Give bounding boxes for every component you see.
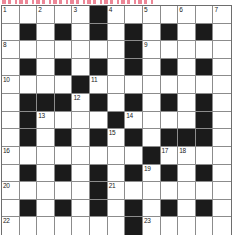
black-cell [161,165,179,183]
white-cell[interactable]: 18 [178,147,196,165]
white-cell[interactable] [90,112,108,130]
white-cell[interactable]: 10 [2,76,20,94]
clue-number: 20 [3,182,10,189]
white-cell[interactable] [55,76,73,94]
white-cell[interactable] [125,182,143,200]
white-cell[interactable] [37,41,55,59]
white-cell[interactable] [196,6,214,24]
white-cell[interactable] [178,76,196,94]
white-cell[interactable] [161,112,179,130]
clue-number: 7 [214,6,217,13]
black-cell [125,94,143,112]
white-cell[interactable] [143,182,161,200]
white-cell[interactable] [108,165,126,183]
black-cell [20,200,38,218]
white-cell[interactable]: 14 [125,112,143,130]
white-cell[interactable] [20,217,38,235]
black-cell [125,41,143,59]
white-cell[interactable]: 6 [178,6,196,24]
white-cell[interactable] [178,217,196,235]
white-cell[interactable] [213,59,231,77]
white-cell[interactable]: 3 [72,6,90,24]
white-cell[interactable] [20,6,38,24]
white-cell[interactable] [72,200,90,218]
clue-number: 14 [126,112,133,119]
black-cell [125,129,143,147]
white-cell[interactable]: 20 [2,182,20,200]
white-cell[interactable] [143,24,161,42]
clue-number: 16 [3,147,10,154]
white-cell[interactable] [37,217,55,235]
white-cell[interactable] [72,165,90,183]
clue-number: 4 [109,6,112,13]
white-cell[interactable] [55,6,73,24]
white-cell[interactable] [213,147,231,165]
cropped-red-text [2,0,155,4]
clue-number: 12 [73,94,80,101]
crossword-grid: 1234567891011121314151617181920212223 [1,5,232,235]
clue-number: 10 [3,76,10,83]
clue-number: 22 [3,217,10,224]
white-cell[interactable] [55,112,73,130]
white-cell[interactable]: 16 [2,147,20,165]
black-cell [125,59,143,77]
white-cell[interactable] [178,41,196,59]
puzzle-page: { "game": "crossword", "grid": { "rows":… [0,0,232,235]
white-cell[interactable] [2,59,20,77]
white-cell[interactable] [108,24,126,42]
white-cell[interactable] [2,24,20,42]
white-cell[interactable]: 9 [143,41,161,59]
black-cell [20,94,38,112]
white-cell[interactable] [213,200,231,218]
white-cell[interactable] [108,59,126,77]
white-cell[interactable]: 23 [143,217,161,235]
black-cell [161,94,179,112]
white-cell[interactable] [213,217,231,235]
white-cell[interactable] [72,112,90,130]
white-cell[interactable] [125,76,143,94]
black-cell [55,200,73,218]
white-cell[interactable] [196,147,214,165]
clue-number: 17 [162,147,169,154]
black-cell [178,129,196,147]
white-cell[interactable] [161,6,179,24]
white-cell[interactable] [196,41,214,59]
white-cell[interactable] [2,112,20,130]
clue-number: 8 [3,41,6,48]
black-cell [125,165,143,183]
black-cell [90,94,108,112]
white-cell[interactable] [72,217,90,235]
black-cell [90,165,108,183]
black-cell [20,24,38,42]
black-cell [125,24,143,42]
white-cell[interactable] [90,217,108,235]
black-cell [196,112,214,130]
white-cell[interactable] [72,182,90,200]
white-cell[interactable] [90,41,108,59]
white-cell[interactable] [37,165,55,183]
black-cell [161,200,179,218]
white-cell[interactable] [72,24,90,42]
black-cell [108,112,126,130]
white-cell[interactable] [72,59,90,77]
white-cell[interactable] [2,200,20,218]
white-cell[interactable]: 1 [2,6,20,24]
white-cell[interactable] [196,217,214,235]
black-cell [55,94,73,112]
black-cell [55,59,73,77]
black-cell [196,59,214,77]
white-cell[interactable] [161,76,179,94]
white-cell[interactable] [213,165,231,183]
white-cell[interactable] [143,94,161,112]
clue-number: 13 [38,112,45,119]
white-cell[interactable] [108,94,126,112]
black-cell [90,59,108,77]
white-cell[interactable]: 12 [72,94,90,112]
black-cell [196,200,214,218]
white-cell[interactable] [72,147,90,165]
white-cell[interactable] [20,41,38,59]
clue-number: 5 [144,6,147,13]
white-cell[interactable]: 4 [108,6,126,24]
black-cell [90,24,108,42]
white-cell[interactable] [196,182,214,200]
clue-number: 6 [179,6,182,13]
white-cell[interactable] [143,112,161,130]
clue-number: 9 [144,41,147,48]
white-cell[interactable] [143,76,161,94]
black-cell [196,94,214,112]
clue-number: 2 [38,6,41,13]
white-cell[interactable] [37,182,55,200]
black-cell [55,24,73,42]
white-cell[interactable] [2,165,20,183]
clue-number: 18 [179,147,186,154]
white-cell[interactable] [178,165,196,183]
black-cell [90,129,108,147]
black-cell [196,24,214,42]
white-cell[interactable] [178,94,196,112]
white-cell[interactable]: 15 [108,129,126,147]
black-cell [72,76,90,94]
white-cell[interactable] [213,76,231,94]
white-cell[interactable] [213,129,231,147]
white-cell[interactable] [37,200,55,218]
white-cell[interactable] [108,41,126,59]
white-cell[interactable] [143,129,161,147]
white-cell[interactable] [55,182,73,200]
white-cell[interactable]: 5 [143,6,161,24]
white-cell[interactable] [37,129,55,147]
white-cell[interactable] [90,147,108,165]
white-cell[interactable] [72,41,90,59]
white-cell[interactable] [161,182,179,200]
black-cell [161,24,179,42]
white-cell[interactable] [125,147,143,165]
white-cell[interactable]: 17 [161,147,179,165]
black-cell [90,200,108,218]
white-cell[interactable]: 7 [213,6,231,24]
white-cell[interactable] [213,41,231,59]
white-cell[interactable]: 19 [143,165,161,183]
clue-number: 19 [144,165,151,172]
white-cell[interactable] [178,112,196,130]
black-cell [161,59,179,77]
white-cell[interactable]: 21 [108,182,126,200]
white-cell[interactable] [143,59,161,77]
black-cell [143,147,161,165]
white-cell[interactable] [161,217,179,235]
clue-number: 21 [109,182,116,189]
white-cell[interactable] [178,182,196,200]
white-cell[interactable] [2,129,20,147]
black-cell [90,182,108,200]
white-cell[interactable] [213,24,231,42]
black-cell [196,165,214,183]
white-cell[interactable] [37,59,55,77]
white-cell[interactable] [108,217,126,235]
clue-number: 23 [144,217,151,224]
white-cell[interactable] [161,41,179,59]
white-cell[interactable] [213,182,231,200]
black-cell [125,200,143,218]
white-cell[interactable] [37,147,55,165]
clue-number: 1 [3,6,6,13]
white-cell[interactable]: 8 [2,41,20,59]
white-cell[interactable] [213,112,231,130]
white-cell[interactable] [178,59,196,77]
black-cell [37,94,55,112]
white-cell[interactable] [20,147,38,165]
black-cell [55,129,73,147]
white-cell[interactable]: 11 [90,76,108,94]
white-cell[interactable] [55,147,73,165]
white-cell[interactable] [108,76,126,94]
white-cell[interactable] [213,94,231,112]
black-cell [90,6,108,24]
white-cell[interactable]: 2 [37,6,55,24]
white-cell[interactable] [178,24,196,42]
white-cell[interactable] [37,76,55,94]
white-cell[interactable] [108,200,126,218]
white-cell[interactable] [20,76,38,94]
white-cell[interactable] [72,129,90,147]
clue-number: 3 [73,6,76,13]
white-cell[interactable] [143,200,161,218]
white-cell[interactable] [178,200,196,218]
black-cell [196,129,214,147]
white-cell[interactable] [196,76,214,94]
white-cell[interactable] [125,6,143,24]
white-cell[interactable] [108,147,126,165]
white-cell[interactable] [2,94,20,112]
black-cell [20,129,38,147]
white-cell[interactable]: 13 [37,112,55,130]
clue-number: 11 [91,76,97,83]
white-cell[interactable] [20,182,38,200]
white-cell[interactable] [55,217,73,235]
black-cell [125,217,143,235]
black-cell [20,112,38,130]
black-cell [55,165,73,183]
black-cell [20,59,38,77]
black-cell [161,129,179,147]
black-cell [20,165,38,183]
clue-number: 15 [109,129,116,136]
white-cell[interactable] [55,41,73,59]
white-cell[interactable] [37,24,55,42]
white-cell[interactable]: 22 [2,217,20,235]
